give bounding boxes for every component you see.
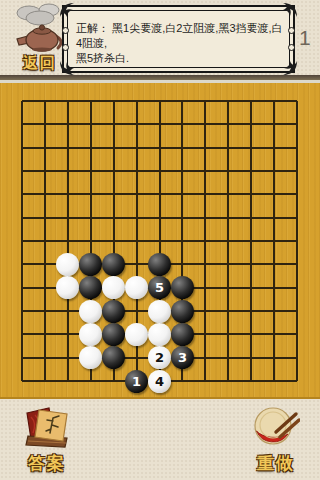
- answer-book-icon: [22, 405, 72, 451]
- answer-button[interactable]: 答案: [13, 405, 81, 475]
- answer-button-label: 答案: [13, 452, 81, 475]
- stone-white: [79, 300, 102, 323]
- frame-ornament-icon: [282, 2, 298, 18]
- app-screen: 返回 正解： 黑1尖要渡,白2立阻渡,黑3挡要渡,白4阻渡, 黑5挤杀白. 1 …: [0, 0, 320, 480]
- solution-text: 正解： 黑1尖要渡,白2立阻渡,黑3挡要渡,白4阻渡, 黑5挤杀白.: [76, 21, 284, 66]
- stone-black: [102, 346, 125, 369]
- frame-dot: [288, 44, 295, 51]
- move-number: 3: [178, 351, 187, 364]
- stone-white: [102, 276, 125, 299]
- move-number: 1: [132, 375, 141, 388]
- solution-line-1: 正解： 黑1尖要渡,白2立阻渡,黑3挡要渡,白4阻渡,: [76, 21, 284, 51]
- stone-white: [148, 300, 171, 323]
- stone-black: [171, 276, 194, 299]
- redo-button-label: 重做: [242, 452, 310, 475]
- move-stone-2: 2: [148, 346, 171, 369]
- go-board[interactable]: 52314: [0, 83, 320, 399]
- solution-line-2: 黑5挤杀白.: [76, 51, 284, 66]
- header: 返回 正解： 黑1尖要渡,白2立阻渡,黑3挡要渡,白4阻渡, 黑5挤杀白. 1: [0, 0, 320, 75]
- redo-button[interactable]: 重做: [242, 405, 310, 475]
- stone-black: [102, 253, 125, 276]
- move-stone-1: 1: [125, 370, 148, 393]
- frame-ornament-icon: [282, 60, 298, 76]
- grid-line: [296, 101, 298, 381]
- stone-black: [102, 300, 125, 323]
- stone-black: [102, 323, 125, 346]
- redo-drum-icon: [252, 405, 300, 451]
- grid-line: [204, 101, 206, 381]
- stone-white: [79, 346, 102, 369]
- stone-white: [79, 323, 102, 346]
- move-number: 2: [155, 351, 164, 364]
- solution-panel: 正解： 黑1尖要渡,白2立阻渡,黑3挡要渡,白4阻渡, 黑5挤杀白.: [62, 5, 295, 73]
- go-board-grid[interactable]: 52314: [22, 101, 297, 381]
- bottom-bar: 答案 重做: [0, 399, 320, 480]
- stone-white: [56, 276, 79, 299]
- frame-dot: [62, 44, 69, 51]
- move-stone-3: 3: [171, 346, 194, 369]
- stone-black: [171, 323, 194, 346]
- stone-white: [125, 323, 148, 346]
- stone-white: [148, 323, 171, 346]
- stone-white: [56, 253, 79, 276]
- grid-line: [273, 101, 275, 381]
- frame-dot: [288, 27, 295, 34]
- stone-black: [171, 300, 194, 323]
- stone-black: [79, 276, 102, 299]
- grid-line: [22, 240, 297, 242]
- problem-number: 1: [299, 26, 319, 50]
- stone-black: [148, 253, 171, 276]
- move-number: 5: [155, 281, 164, 294]
- frame-ornament-icon: [59, 2, 75, 18]
- stone-black: [79, 253, 102, 276]
- move-stone-4: 4: [148, 370, 171, 393]
- move-number: 4: [155, 375, 164, 388]
- grid-line: [227, 101, 229, 381]
- frame-dot: [62, 27, 69, 34]
- stone-white: [125, 276, 148, 299]
- move-stone-5: 5: [148, 276, 171, 299]
- grid-line: [250, 101, 252, 381]
- frame-ornament-icon: [59, 60, 75, 76]
